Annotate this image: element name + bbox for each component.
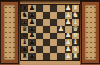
black-knight[interactable]: ♞: [21, 12, 27, 18]
square-r8c4[interactable]: [43, 53, 50, 60]
square-r4c7[interactable]: [65, 26, 72, 33]
square-r7c8[interactable]: ♞: [72, 46, 79, 53]
square-r5c1[interactable]: ♚: [21, 33, 28, 40]
square-r1c5[interactable]: [50, 5, 57, 12]
square-r2c5[interactable]: [50, 12, 57, 19]
square-r4c8[interactable]: ♛: [72, 26, 79, 33]
white-rook[interactable]: ♜: [72, 5, 78, 11]
white-pawn[interactable]: ♟: [65, 33, 71, 39]
chess-board: ♜♟♟♜♞♟♟♞♝♟♟♝♛♟♟♛♚♟♟♚♝♟♟♝♞♟♟♞♜♟♟♜: [20, 4, 80, 61]
square-r1c4[interactable]: [43, 5, 50, 12]
black-rook[interactable]: ♜: [21, 5, 27, 11]
black-pawn[interactable]: ♟: [29, 19, 35, 25]
black-pawn[interactable]: ♟: [29, 33, 35, 39]
square-r6c8[interactable]: ♝: [72, 39, 79, 46]
white-pawn[interactable]: ♟: [65, 5, 71, 11]
square-r2c2[interactable]: ♟: [28, 12, 35, 19]
white-queen[interactable]: ♛: [72, 26, 78, 32]
square-r7c1[interactable]: ♞: [21, 46, 28, 53]
square-r3c3[interactable]: [36, 19, 43, 26]
square-r1c3[interactable]: [36, 5, 43, 12]
square-r6c7[interactable]: ♟: [65, 39, 72, 46]
square-r5c4[interactable]: [43, 33, 50, 40]
white-king[interactable]: ♚: [72, 33, 78, 39]
square-r1c2[interactable]: ♟: [28, 5, 35, 12]
square-r6c3[interactable]: [36, 39, 43, 46]
square-r4c5[interactable]: [50, 26, 57, 33]
square-r1c7[interactable]: ♟: [65, 5, 72, 12]
square-r8c3[interactable]: [36, 53, 43, 60]
square-r3c1[interactable]: ♝: [21, 19, 28, 26]
square-r5c6[interactable]: [57, 33, 64, 40]
square-r5c7[interactable]: ♟: [65, 33, 72, 40]
square-r3c4[interactable]: [43, 19, 50, 26]
square-r4c6[interactable]: ♟: [57, 26, 64, 33]
black-pawn[interactable]: ♟: [29, 12, 35, 18]
square-r3c7[interactable]: ♟: [65, 19, 72, 26]
square-r2c3[interactable]: [36, 12, 43, 19]
black-rook[interactable]: ♜: [21, 53, 27, 59]
right-piece-tray: [81, 1, 100, 64]
white-pawn[interactable]: ♟: [65, 53, 71, 59]
square-r6c2[interactable]: ♟: [28, 39, 35, 46]
square-r5c8[interactable]: ♚: [72, 33, 79, 40]
square-r2c4[interactable]: [43, 12, 50, 19]
square-r7c6[interactable]: [57, 46, 64, 53]
white-pawn[interactable]: ♟: [65, 12, 71, 18]
white-pawn[interactable]: ♟: [65, 39, 71, 45]
black-queen[interactable]: ♛: [21, 26, 27, 32]
square-r7c2[interactable]: ♟: [28, 46, 35, 53]
left-tray-inset: [4, 5, 15, 60]
square-r1c1[interactable]: ♜: [21, 5, 28, 12]
square-r1c8[interactable]: ♜: [72, 5, 79, 12]
square-r6c5[interactable]: [50, 39, 57, 46]
black-pawn[interactable]: ♟: [29, 46, 35, 52]
square-r3c2[interactable]: ♟: [28, 19, 35, 26]
white-bishop[interactable]: ♝: [72, 19, 78, 25]
square-r7c7[interactable]: ♟: [65, 46, 72, 53]
square-r1c6[interactable]: [57, 5, 64, 12]
black-bishop[interactable]: ♝: [21, 39, 27, 45]
square-r2c1[interactable]: ♞: [21, 12, 28, 19]
white-pawn[interactable]: ♟: [65, 19, 71, 25]
white-knight[interactable]: ♞: [72, 12, 78, 18]
square-r8c6[interactable]: [57, 53, 64, 60]
square-r4c4[interactable]: [43, 26, 50, 33]
square-r3c8[interactable]: ♝: [72, 19, 79, 26]
black-bishop[interactable]: ♝: [21, 19, 27, 25]
square-r7c4[interactable]: [43, 46, 50, 53]
white-rook[interactable]: ♜: [72, 53, 78, 59]
square-r4c3[interactable]: [36, 26, 43, 33]
white-pawn[interactable]: ♟: [58, 26, 64, 32]
chess-box-photo: ♜♟♟♜♞♟♟♞♝♟♟♝♛♟♟♛♚♟♟♚♝♟♟♝♞♟♟♞♜♟♟♜: [0, 0, 100, 65]
bottom-wood-rail: [20, 61, 80, 65]
square-r8c1[interactable]: ♜: [21, 53, 28, 60]
square-r3c6[interactable]: [57, 19, 64, 26]
white-pawn[interactable]: ♟: [65, 46, 71, 52]
square-r6c1[interactable]: ♝: [21, 39, 28, 46]
square-r5c2[interactable]: ♟: [28, 33, 35, 40]
square-r2c8[interactable]: ♞: [72, 12, 79, 19]
square-r6c4[interactable]: [43, 39, 50, 46]
square-r3c5[interactable]: [50, 19, 57, 26]
square-r4c2[interactable]: ♟: [28, 26, 35, 33]
square-r7c5[interactable]: [50, 46, 57, 53]
left-piece-tray: [0, 1, 19, 64]
square-r6c6[interactable]: [57, 39, 64, 46]
black-pawn[interactable]: ♟: [29, 26, 35, 32]
black-pawn[interactable]: ♟: [29, 39, 35, 45]
square-r8c8[interactable]: ♜: [72, 53, 79, 60]
square-r8c2[interactable]: ♟: [28, 53, 35, 60]
black-knight[interactable]: ♞: [21, 46, 27, 52]
square-r5c3[interactable]: [36, 33, 43, 40]
white-knight[interactable]: ♞: [72, 46, 78, 52]
square-r7c3[interactable]: [36, 46, 43, 53]
square-r5c5[interactable]: [50, 33, 57, 40]
right-tray-inset: [85, 5, 96, 60]
square-r8c5[interactable]: [50, 53, 57, 60]
square-r2c6[interactable]: [57, 12, 64, 19]
square-r8c7[interactable]: ♟: [65, 53, 72, 60]
black-pawn[interactable]: ♟: [29, 53, 35, 59]
square-r2c7[interactable]: ♟: [65, 12, 72, 19]
black-king[interactable]: ♚: [21, 33, 27, 39]
white-bishop[interactable]: ♝: [72, 39, 78, 45]
black-pawn[interactable]: ♟: [29, 5, 35, 11]
board-column: ♜♟♟♜♞♟♟♞♝♟♟♝♛♟♟♛♚♟♟♚♝♟♟♝♞♟♟♞♜♟♟♜: [20, 0, 80, 65]
square-r4c1[interactable]: ♛: [21, 26, 28, 33]
